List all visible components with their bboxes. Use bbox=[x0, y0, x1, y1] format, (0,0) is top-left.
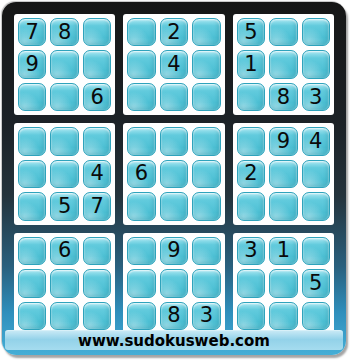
cell-r8c6[interactable] bbox=[192, 269, 220, 297]
cell-r3c9[interactable]: 3 bbox=[302, 83, 330, 111]
cell-r2c6[interactable] bbox=[192, 50, 220, 78]
cell-r7c9[interactable] bbox=[302, 237, 330, 265]
cell-r5c8[interactable] bbox=[269, 160, 297, 188]
cell-r5c7[interactable]: 2 bbox=[237, 160, 265, 188]
cell-r9c2[interactable] bbox=[50, 302, 78, 330]
cell-r3c7[interactable] bbox=[237, 83, 265, 111]
cell-r7c6[interactable] bbox=[192, 237, 220, 265]
cell-r2c5[interactable]: 4 bbox=[160, 50, 188, 78]
box-r1c3: 5183 bbox=[233, 14, 334, 115]
cell-r5c1[interactable] bbox=[18, 160, 46, 188]
cell-r4c6[interactable] bbox=[192, 127, 220, 155]
cell-r7c2[interactable]: 6 bbox=[50, 237, 78, 265]
cell-r3c3[interactable]: 6 bbox=[83, 83, 111, 111]
cell-r2c8[interactable] bbox=[269, 50, 297, 78]
box-r2c2: 6 bbox=[123, 123, 224, 224]
cell-r2c7[interactable]: 1 bbox=[237, 50, 265, 78]
cell-r1c7[interactable]: 5 bbox=[237, 18, 265, 46]
cell-r8c5[interactable] bbox=[160, 269, 188, 297]
cell-r7c1[interactable] bbox=[18, 237, 46, 265]
cell-r3c4[interactable] bbox=[127, 83, 155, 111]
cell-r7c3[interactable] bbox=[83, 237, 111, 265]
cell-r1c3[interactable] bbox=[83, 18, 111, 46]
cell-r7c7[interactable]: 3 bbox=[237, 237, 265, 265]
cell-r1c8[interactable] bbox=[269, 18, 297, 46]
cell-r9c3[interactable] bbox=[83, 302, 111, 330]
cell-r9c5[interactable]: 8 bbox=[160, 302, 188, 330]
footer-bar: www.sudokusweb.com bbox=[5, 330, 343, 350]
cell-r1c5[interactable]: 2 bbox=[160, 18, 188, 46]
sudoku-board: 789624518345769426983315 www.sudokusweb.… bbox=[2, 2, 346, 355]
cell-r8c7[interactable] bbox=[237, 269, 265, 297]
sudoku-grid: 789624518345769426983315 bbox=[14, 14, 334, 334]
cell-r9c1[interactable] bbox=[18, 302, 46, 330]
cell-r4c1[interactable] bbox=[18, 127, 46, 155]
cell-r2c9[interactable] bbox=[302, 50, 330, 78]
cell-r9c7[interactable] bbox=[237, 302, 265, 330]
cell-r1c9[interactable] bbox=[302, 18, 330, 46]
cell-r8c9[interactable]: 5 bbox=[302, 269, 330, 297]
cell-r6c2[interactable]: 5 bbox=[50, 192, 78, 220]
cell-r5c4[interactable]: 6 bbox=[127, 160, 155, 188]
box-r3c1: 6 bbox=[14, 233, 115, 334]
cell-r4c5[interactable] bbox=[160, 127, 188, 155]
cell-r9c6[interactable]: 3 bbox=[192, 302, 220, 330]
cell-r8c2[interactable] bbox=[50, 269, 78, 297]
cell-r5c6[interactable] bbox=[192, 160, 220, 188]
cell-r3c8[interactable]: 8 bbox=[269, 83, 297, 111]
cell-r6c3[interactable]: 7 bbox=[83, 192, 111, 220]
cell-r4c2[interactable] bbox=[50, 127, 78, 155]
cell-r8c1[interactable] bbox=[18, 269, 46, 297]
cell-r7c8[interactable]: 1 bbox=[269, 237, 297, 265]
cell-r9c8[interactable] bbox=[269, 302, 297, 330]
cell-r5c3[interactable]: 4 bbox=[83, 160, 111, 188]
cell-r8c8[interactable] bbox=[269, 269, 297, 297]
cell-r2c1[interactable]: 9 bbox=[18, 50, 46, 78]
cell-r2c3[interactable] bbox=[83, 50, 111, 78]
cell-r4c7[interactable] bbox=[237, 127, 265, 155]
cell-r6c6[interactable] bbox=[192, 192, 220, 220]
cell-r4c8[interactable]: 9 bbox=[269, 127, 297, 155]
box-r2c3: 942 bbox=[233, 123, 334, 224]
cell-r5c5[interactable] bbox=[160, 160, 188, 188]
cell-r9c9[interactable] bbox=[302, 302, 330, 330]
cell-r6c5[interactable] bbox=[160, 192, 188, 220]
website-url: www.sudokusweb.com bbox=[78, 332, 270, 350]
cell-r7c5[interactable]: 9 bbox=[160, 237, 188, 265]
cell-r3c5[interactable] bbox=[160, 83, 188, 111]
cell-r6c1[interactable] bbox=[18, 192, 46, 220]
cell-r7c4[interactable] bbox=[127, 237, 155, 265]
cell-r3c6[interactable] bbox=[192, 83, 220, 111]
cell-r1c1[interactable]: 7 bbox=[18, 18, 46, 46]
cell-r9c4[interactable] bbox=[127, 302, 155, 330]
sudoku-page: 789624518345769426983315 www.sudokusweb.… bbox=[0, 0, 350, 360]
cell-r2c2[interactable] bbox=[50, 50, 78, 78]
cell-r1c2[interactable]: 8 bbox=[50, 18, 78, 46]
box-r3c2: 983 bbox=[123, 233, 224, 334]
cell-r6c7[interactable] bbox=[237, 192, 265, 220]
box-r3c3: 315 bbox=[233, 233, 334, 334]
cell-r1c4[interactable] bbox=[127, 18, 155, 46]
box-r2c1: 457 bbox=[14, 123, 115, 224]
cell-r4c9[interactable]: 4 bbox=[302, 127, 330, 155]
cell-r8c4[interactable] bbox=[127, 269, 155, 297]
cell-r4c4[interactable] bbox=[127, 127, 155, 155]
box-r1c2: 24 bbox=[123, 14, 224, 115]
cell-r3c2[interactable] bbox=[50, 83, 78, 111]
cell-r8c3[interactable] bbox=[83, 269, 111, 297]
cell-r4c3[interactable] bbox=[83, 127, 111, 155]
cell-r1c6[interactable] bbox=[192, 18, 220, 46]
cell-r5c9[interactable] bbox=[302, 160, 330, 188]
box-r1c1: 7896 bbox=[14, 14, 115, 115]
cell-r3c1[interactable] bbox=[18, 83, 46, 111]
cell-r6c4[interactable] bbox=[127, 192, 155, 220]
cell-r2c4[interactable] bbox=[127, 50, 155, 78]
cell-r5c2[interactable] bbox=[50, 160, 78, 188]
cell-r6c9[interactable] bbox=[302, 192, 330, 220]
cell-r6c8[interactable] bbox=[269, 192, 297, 220]
